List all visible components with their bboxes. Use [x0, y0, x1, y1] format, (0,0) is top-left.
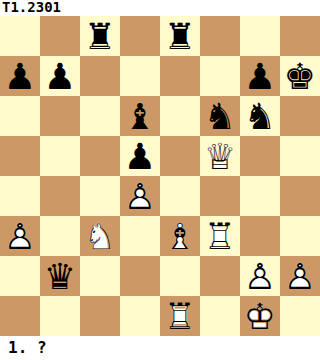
square-e1[interactable]: ♜♖ — [160, 296, 200, 336]
square-g8[interactable] — [240, 16, 280, 56]
chess-board: ♜♜♟♟♟♚♝♞♞♟♛♕♟♙♟♙♞♘♝♗♜♖♛♟♙♟♙♜♖♚♔ — [0, 16, 320, 336]
king-glyph-outline: ♔ — [240, 296, 280, 336]
pawn-glyph-outline: ♙ — [120, 176, 160, 216]
queen-glyph-fill: ♛ — [40, 256, 80, 296]
square-f5[interactable]: ♛♕ — [200, 136, 240, 176]
square-f1[interactable] — [200, 296, 240, 336]
square-b6[interactable] — [40, 96, 80, 136]
black-pawn[interactable]: ♟ — [40, 56, 80, 96]
square-e2[interactable] — [160, 256, 200, 296]
square-g7[interactable]: ♟ — [240, 56, 280, 96]
square-b5[interactable] — [40, 136, 80, 176]
square-f7[interactable] — [200, 56, 240, 96]
black-king[interactable]: ♚ — [280, 56, 320, 96]
white-queen[interactable]: ♛♕ — [200, 136, 240, 176]
pawn-glyph-fill: ♟ — [0, 56, 40, 96]
puzzle-id: T1.2301 — [0, 0, 320, 16]
black-rook[interactable]: ♜ — [160, 16, 200, 56]
pawn-glyph-outline: ♙ — [0, 216, 40, 256]
square-d8[interactable] — [120, 16, 160, 56]
rook-glyph-outline: ♖ — [200, 216, 240, 256]
white-bishop[interactable]: ♝♗ — [160, 216, 200, 256]
square-d1[interactable] — [120, 296, 160, 336]
knight-glyph-outline: ♘ — [80, 216, 120, 256]
square-h7[interactable]: ♚ — [280, 56, 320, 96]
square-a7[interactable]: ♟ — [0, 56, 40, 96]
white-pawn[interactable]: ♟♙ — [240, 256, 280, 296]
square-c8[interactable]: ♜ — [80, 16, 120, 56]
pawn-glyph-fill: ♟ — [120, 136, 160, 176]
black-queen[interactable]: ♛ — [40, 256, 80, 296]
square-c3[interactable]: ♞♘ — [80, 216, 120, 256]
square-h3[interactable] — [280, 216, 320, 256]
square-c2[interactable] — [80, 256, 120, 296]
square-b7[interactable]: ♟ — [40, 56, 80, 96]
rook-glyph-fill: ♜ — [80, 16, 120, 56]
square-d7[interactable] — [120, 56, 160, 96]
black-pawn[interactable]: ♟ — [0, 56, 40, 96]
square-g3[interactable] — [240, 216, 280, 256]
white-pawn[interactable]: ♟♙ — [120, 176, 160, 216]
square-h2[interactable]: ♟♙ — [280, 256, 320, 296]
square-f2[interactable] — [200, 256, 240, 296]
square-c4[interactable] — [80, 176, 120, 216]
pawn-glyph-fill: ♟ — [40, 56, 80, 96]
move-prompt: 1. ? — [0, 336, 320, 360]
square-h1[interactable] — [280, 296, 320, 336]
square-e5[interactable] — [160, 136, 200, 176]
square-b3[interactable] — [40, 216, 80, 256]
black-pawn[interactable]: ♟ — [240, 56, 280, 96]
white-pawn[interactable]: ♟♙ — [0, 216, 40, 256]
square-g1[interactable]: ♚♔ — [240, 296, 280, 336]
square-c6[interactable] — [80, 96, 120, 136]
square-h4[interactable] — [280, 176, 320, 216]
square-f6[interactable]: ♞ — [200, 96, 240, 136]
rook-glyph-fill: ♜ — [160, 16, 200, 56]
square-c5[interactable] — [80, 136, 120, 176]
square-d5[interactable]: ♟ — [120, 136, 160, 176]
pawn-glyph-outline: ♙ — [280, 256, 320, 296]
square-e7[interactable] — [160, 56, 200, 96]
black-knight[interactable]: ♞ — [240, 96, 280, 136]
square-e3[interactable]: ♝♗ — [160, 216, 200, 256]
square-b8[interactable] — [40, 16, 80, 56]
knight-glyph-fill: ♞ — [240, 96, 280, 136]
white-rook[interactable]: ♜♖ — [160, 296, 200, 336]
queen-glyph-outline: ♕ — [200, 136, 240, 176]
black-knight[interactable]: ♞ — [200, 96, 240, 136]
knight-glyph-fill: ♞ — [200, 96, 240, 136]
bishop-glyph-outline: ♗ — [160, 216, 200, 256]
king-glyph-fill: ♚ — [280, 56, 320, 96]
square-d2[interactable] — [120, 256, 160, 296]
square-g5[interactable] — [240, 136, 280, 176]
square-a4[interactable] — [0, 176, 40, 216]
square-d6[interactable]: ♝ — [120, 96, 160, 136]
square-g4[interactable] — [240, 176, 280, 216]
square-e6[interactable] — [160, 96, 200, 136]
square-g6[interactable]: ♞ — [240, 96, 280, 136]
square-b4[interactable] — [40, 176, 80, 216]
square-a1[interactable] — [0, 296, 40, 336]
pawn-glyph-outline: ♙ — [240, 256, 280, 296]
white-rook[interactable]: ♜♖ — [200, 216, 240, 256]
square-e4[interactable] — [160, 176, 200, 216]
square-g2[interactable]: ♟♙ — [240, 256, 280, 296]
black-pawn[interactable]: ♟ — [120, 136, 160, 176]
square-a8[interactable] — [0, 16, 40, 56]
square-a2[interactable] — [0, 256, 40, 296]
square-b2[interactable]: ♛ — [40, 256, 80, 296]
square-c1[interactable] — [80, 296, 120, 336]
square-h8[interactable] — [280, 16, 320, 56]
pawn-glyph-fill: ♟ — [240, 56, 280, 96]
white-knight[interactable]: ♞♘ — [80, 216, 120, 256]
square-d3[interactable] — [120, 216, 160, 256]
square-c7[interactable] — [80, 56, 120, 96]
square-h6[interactable] — [280, 96, 320, 136]
square-h5[interactable] — [280, 136, 320, 176]
square-a5[interactable] — [0, 136, 40, 176]
black-rook[interactable]: ♜ — [80, 16, 120, 56]
white-king[interactable]: ♚♔ — [240, 296, 280, 336]
square-a6[interactable] — [0, 96, 40, 136]
square-f8[interactable] — [200, 16, 240, 56]
white-pawn[interactable]: ♟♙ — [280, 256, 320, 296]
square-f4[interactable] — [200, 176, 240, 216]
square-b1[interactable] — [40, 296, 80, 336]
rook-glyph-outline: ♖ — [160, 296, 200, 336]
square-e8[interactable]: ♜ — [160, 16, 200, 56]
square-f3[interactable]: ♜♖ — [200, 216, 240, 256]
square-d4[interactable]: ♟♙ — [120, 176, 160, 216]
black-bishop[interactable]: ♝ — [120, 96, 160, 136]
square-a3[interactable]: ♟♙ — [0, 216, 40, 256]
bishop-glyph-fill: ♝ — [120, 96, 160, 136]
